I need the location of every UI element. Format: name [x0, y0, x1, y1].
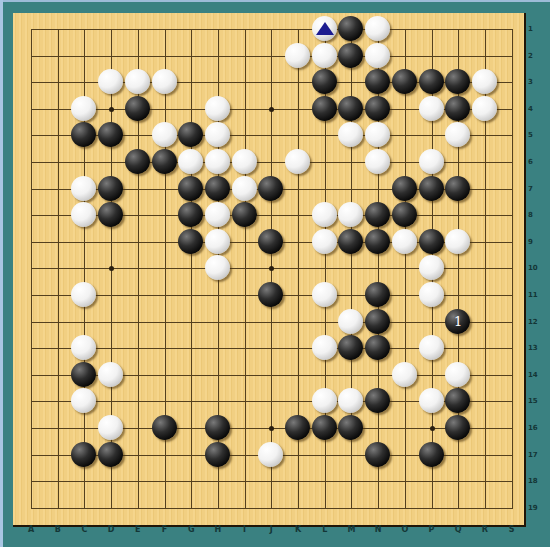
grid-line-horizontal — [31, 508, 513, 509]
black-stone — [178, 122, 203, 147]
black-stone — [365, 69, 390, 94]
white-stone — [205, 149, 230, 174]
black-stone — [365, 388, 390, 413]
grid-line-vertical — [405, 29, 406, 509]
black-stone — [445, 415, 470, 440]
white-stone — [338, 122, 363, 147]
black-stone — [178, 202, 203, 227]
white-stone — [312, 229, 337, 254]
row-label: 7 — [528, 185, 533, 193]
row-label: 5 — [528, 131, 533, 139]
column-label: N — [369, 525, 387, 534]
row-label: 13 — [528, 344, 538, 352]
column-label: C — [75, 525, 93, 534]
black-stone — [98, 202, 123, 227]
white-stone — [472, 96, 497, 121]
row-label: 6 — [528, 158, 533, 166]
black-stone — [365, 229, 390, 254]
white-stone — [205, 96, 230, 121]
white-stone — [178, 149, 203, 174]
row-label: 1 — [528, 25, 533, 33]
white-stone — [71, 335, 96, 360]
black-stone — [205, 442, 230, 467]
row-label: 18 — [528, 477, 538, 485]
black-stone — [205, 176, 230, 201]
row-label: 11 — [528, 291, 538, 299]
black-stone — [338, 16, 363, 41]
row-label: 9 — [528, 238, 533, 246]
white-stone — [152, 122, 177, 147]
white-stone — [312, 282, 337, 307]
black-stone — [71, 122, 96, 147]
white-stone — [205, 122, 230, 147]
black-stone — [312, 415, 337, 440]
go-board[interactable]: 1 — [13, 13, 526, 527]
black-stone — [312, 69, 337, 94]
black-stone — [98, 122, 123, 147]
black-stone — [445, 69, 470, 94]
grid-line-vertical — [512, 29, 513, 509]
column-label: O — [396, 525, 414, 534]
white-stone — [338, 388, 363, 413]
white-stone — [365, 149, 390, 174]
white-stone — [125, 69, 150, 94]
black-stone — [338, 229, 363, 254]
black-stone — [258, 282, 283, 307]
white-stone — [71, 388, 96, 413]
black-stone — [445, 96, 470, 121]
white-stone — [258, 442, 283, 467]
star-point — [269, 426, 274, 431]
black-stone — [445, 176, 470, 201]
white-stone — [285, 43, 310, 68]
black-stone — [71, 442, 96, 467]
window-edge-highlight-left — [0, 0, 3, 547]
star-point — [430, 426, 435, 431]
row-label: 3 — [528, 78, 533, 86]
row-label: 17 — [528, 451, 538, 459]
column-label: M — [342, 525, 360, 534]
black-stone — [365, 442, 390, 467]
white-stone — [312, 388, 337, 413]
grid-line-horizontal — [31, 322, 513, 323]
row-label: 15 — [528, 397, 538, 405]
column-label: J — [262, 525, 280, 534]
black-stone — [338, 43, 363, 68]
white-stone — [419, 282, 444, 307]
row-label: 19 — [528, 504, 538, 512]
column-label: E — [129, 525, 147, 534]
black-stone — [285, 415, 310, 440]
black-stone — [365, 202, 390, 227]
column-label: A — [22, 525, 40, 534]
move-number-label: 1 — [446, 309, 471, 334]
black-stone — [152, 415, 177, 440]
white-stone — [392, 229, 417, 254]
white-stone — [445, 362, 470, 387]
star-point — [109, 266, 114, 271]
white-stone — [312, 43, 337, 68]
row-label: 16 — [528, 424, 538, 432]
white-stone — [205, 202, 230, 227]
row-label: 14 — [528, 371, 538, 379]
white-stone — [419, 149, 444, 174]
window-edge-highlight-top — [0, 0, 550, 2]
black-stone — [419, 442, 444, 467]
black-stone — [152, 149, 177, 174]
row-label: 10 — [528, 264, 538, 272]
white-stone — [419, 388, 444, 413]
column-label: K — [289, 525, 307, 534]
black-stone — [338, 415, 363, 440]
white-stone — [338, 202, 363, 227]
white-stone — [71, 176, 96, 201]
column-label: L — [316, 525, 334, 534]
column-label: R — [476, 525, 494, 534]
column-label: P — [423, 525, 441, 534]
white-stone — [98, 362, 123, 387]
black-stone — [232, 202, 257, 227]
white-stone — [312, 202, 337, 227]
white-stone — [152, 69, 177, 94]
white-stone — [205, 229, 230, 254]
white-stone — [419, 96, 444, 121]
black-stone — [365, 282, 390, 307]
black-stone — [365, 96, 390, 121]
white-stone — [365, 43, 390, 68]
white-stone — [445, 122, 470, 147]
white-stone — [205, 255, 230, 280]
row-label: 12 — [528, 318, 538, 326]
star-point — [109, 107, 114, 112]
column-label: H — [209, 525, 227, 534]
white-stone — [419, 255, 444, 280]
black-stone — [365, 335, 390, 360]
star-point — [269, 107, 274, 112]
black-stone — [392, 69, 417, 94]
white-stone — [365, 16, 390, 41]
white-stone — [71, 202, 96, 227]
white-stone — [98, 415, 123, 440]
white-stone — [232, 149, 257, 174]
black-stone — [419, 176, 444, 201]
black-stone — [419, 69, 444, 94]
white-stone — [419, 335, 444, 360]
row-label: 4 — [528, 105, 533, 113]
white-stone — [472, 69, 497, 94]
black-stone — [71, 362, 96, 387]
go-board-window: 1 ABCDEFGHIJKLMNOPQRS1234567891011121314… — [0, 0, 550, 547]
triangle-marker — [316, 22, 334, 35]
black-stone — [258, 229, 283, 254]
white-stone — [98, 69, 123, 94]
column-label: G — [182, 525, 200, 534]
black-stone — [338, 96, 363, 121]
black-stone — [125, 96, 150, 121]
white-stone — [232, 176, 257, 201]
black-stone — [365, 309, 390, 334]
white-stone — [71, 96, 96, 121]
row-label: 2 — [528, 52, 533, 60]
star-point — [269, 266, 274, 271]
column-label: D — [102, 525, 120, 534]
black-stone — [258, 176, 283, 201]
black-stone — [98, 442, 123, 467]
white-stone — [285, 149, 310, 174]
black-stone — [419, 229, 444, 254]
black-stone — [178, 229, 203, 254]
black-stone — [312, 96, 337, 121]
column-label: Q — [449, 525, 467, 534]
white-stone — [445, 229, 470, 254]
black-stone — [205, 415, 230, 440]
black-stone — [445, 388, 470, 413]
column-label: F — [156, 525, 174, 534]
column-label: S — [503, 525, 521, 534]
white-stone — [338, 309, 363, 334]
white-stone — [71, 282, 96, 307]
white-stone — [312, 335, 337, 360]
column-label: I — [236, 525, 254, 534]
grid-line-horizontal — [31, 481, 513, 482]
black-stone — [338, 335, 363, 360]
black-stone — [178, 176, 203, 201]
row-label: 8 — [528, 211, 533, 219]
black-stone — [125, 149, 150, 174]
black-stone — [392, 202, 417, 227]
black-stone — [98, 176, 123, 201]
column-label: B — [49, 525, 67, 534]
white-stone — [392, 362, 417, 387]
white-stone — [365, 122, 390, 147]
black-stone — [392, 176, 417, 201]
